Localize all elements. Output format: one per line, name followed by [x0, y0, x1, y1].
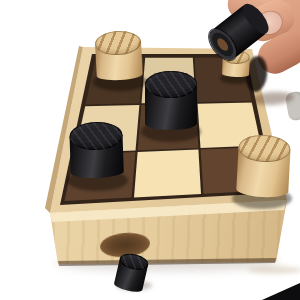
peg-r1c1-top	[145, 71, 197, 98]
corner-smudge-shadow	[248, 266, 300, 274]
photo-stage	[0, 0, 300, 300]
peg-r1c1-black-peg[interactable]	[145, 71, 197, 130]
peg-r2c2-light-peg[interactable]	[236, 133, 291, 197]
peg-r0c0-light-peg[interactable]	[94, 30, 143, 81]
peg-r2c0-black-peg[interactable]	[69, 121, 124, 179]
